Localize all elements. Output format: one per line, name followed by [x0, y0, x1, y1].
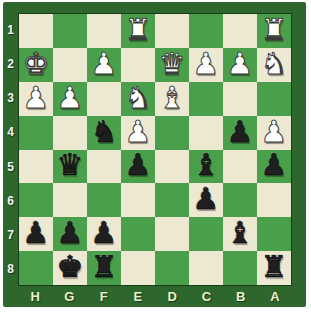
square-a6[interactable]	[257, 183, 291, 217]
square-h2[interactable]: ♚	[19, 48, 53, 82]
square-a7[interactable]	[257, 217, 291, 251]
square-f8[interactable]: ♜	[87, 251, 121, 285]
square-d8[interactable]	[155, 251, 189, 285]
black-king-piece: ♚	[57, 252, 84, 282]
white-king-piece: ♚	[23, 49, 50, 79]
square-f6[interactable]	[87, 183, 121, 217]
black-queen-piece: ♛	[57, 150, 84, 180]
square-h7[interactable]: ♟	[19, 217, 53, 251]
rank-label-7: 7	[3, 218, 18, 252]
file-label-e: E	[121, 286, 155, 306]
square-d7[interactable]	[155, 217, 189, 251]
file-label-b: B	[224, 286, 258, 306]
square-c5[interactable]: ♝	[189, 150, 223, 184]
file-labels: H G F E D C B A	[18, 286, 292, 306]
square-f1[interactable]	[87, 14, 121, 48]
square-a3[interactable]	[257, 82, 291, 116]
square-a2[interactable]: ♞	[257, 48, 291, 82]
square-c1[interactable]	[189, 14, 223, 48]
rank-label-3: 3	[3, 81, 18, 115]
white-pawn-piece: ♟	[227, 49, 254, 79]
square-b3[interactable]	[223, 82, 257, 116]
file-label-h: H	[18, 286, 52, 306]
square-h8[interactable]	[19, 251, 53, 285]
file-label-f: F	[87, 286, 121, 306]
black-bishop-piece: ♝	[227, 218, 254, 248]
file-label-c: C	[189, 286, 223, 306]
square-f3[interactable]	[87, 82, 121, 116]
square-d1[interactable]	[155, 14, 189, 48]
square-f7[interactable]: ♟	[87, 217, 121, 251]
white-pawn-piece: ♟	[91, 49, 118, 79]
black-pawn-piece: ♟	[261, 150, 288, 180]
square-d4[interactable]	[155, 116, 189, 150]
white-pawn-piece: ♟	[57, 83, 84, 113]
square-a8[interactable]: ♜	[257, 251, 291, 285]
square-e7[interactable]	[121, 217, 155, 251]
white-knight-piece: ♞	[125, 83, 152, 113]
square-d6[interactable]	[155, 183, 189, 217]
square-g4[interactable]	[53, 116, 87, 150]
white-pawn-piece: ♟	[193, 49, 220, 79]
square-a5[interactable]: ♟	[257, 150, 291, 184]
square-d5[interactable]	[155, 150, 189, 184]
file-label-a: A	[258, 286, 292, 306]
black-pawn-piece: ♟	[125, 150, 152, 180]
white-pawn-piece: ♟	[261, 117, 288, 147]
rank-label-1: 1	[3, 13, 18, 47]
square-f2[interactable]: ♟	[87, 48, 121, 82]
square-g8[interactable]: ♚	[53, 251, 87, 285]
square-c6[interactable]: ♟	[189, 183, 223, 217]
black-knight-piece: ♞	[91, 117, 118, 147]
square-g1[interactable]	[53, 14, 87, 48]
square-d2[interactable]: ♛	[155, 48, 189, 82]
square-e3[interactable]: ♞	[121, 82, 155, 116]
square-g5[interactable]: ♛	[53, 150, 87, 184]
square-c7[interactable]	[189, 217, 223, 251]
white-pawn-piece: ♟	[125, 117, 152, 147]
square-h4[interactable]	[19, 116, 53, 150]
black-pawn-piece: ♟	[57, 218, 84, 248]
black-bishop-piece: ♝	[193, 150, 220, 180]
white-knight-piece: ♞	[261, 49, 288, 79]
rank-labels: 1 2 3 4 5 6 7 8	[3, 13, 18, 286]
square-e1[interactable]: ♜	[121, 14, 155, 48]
square-c4[interactable]	[189, 116, 223, 150]
black-pawn-piece: ♟	[23, 218, 50, 248]
rank-label-8: 8	[3, 252, 18, 286]
square-f4[interactable]: ♞	[87, 116, 121, 150]
chess-board: ♜♜♚♟♛♟♟♞♟♟♞♝♞♟♟♟♛♟♝♟♟♟♟♟♝♚♜♜	[18, 13, 292, 286]
square-e4[interactable]: ♟	[121, 116, 155, 150]
rank-label-5: 5	[3, 150, 18, 184]
file-label-g: G	[52, 286, 86, 306]
square-g2[interactable]	[53, 48, 87, 82]
square-c8[interactable]	[189, 251, 223, 285]
square-f5[interactable]	[87, 150, 121, 184]
board-frame: 1 2 3 4 5 6 7 8 ♜♜♚♟♛♟♟♞♟♟♞♝♞♟♟♟♛♟♝♟♟♟♟♟…	[3, 2, 306, 307]
square-g6[interactable]	[53, 183, 87, 217]
square-h6[interactable]	[19, 183, 53, 217]
black-pawn-piece: ♟	[227, 117, 254, 147]
square-c3[interactable]	[189, 82, 223, 116]
white-queen-piece: ♛	[159, 49, 186, 79]
square-c2[interactable]: ♟	[189, 48, 223, 82]
square-h1[interactable]	[19, 14, 53, 48]
black-pawn-piece: ♟	[91, 218, 118, 248]
square-b1[interactable]	[223, 14, 257, 48]
square-e2[interactable]	[121, 48, 155, 82]
rank-label-6: 6	[3, 184, 18, 218]
square-b5[interactable]	[223, 150, 257, 184]
white-pawn-piece: ♟	[23, 83, 50, 113]
black-rook-piece: ♜	[91, 252, 118, 282]
square-h5[interactable]	[19, 150, 53, 184]
square-g3[interactable]: ♟	[53, 82, 87, 116]
square-b6[interactable]	[223, 183, 257, 217]
square-d3[interactable]: ♝	[155, 82, 189, 116]
square-b8[interactable]	[223, 251, 257, 285]
white-rook-piece: ♜	[125, 15, 152, 45]
file-label-d: D	[155, 286, 189, 306]
rank-label-2: 2	[3, 47, 18, 81]
rank-label-4: 4	[3, 115, 18, 149]
white-rook-piece: ♜	[261, 15, 288, 45]
square-a1[interactable]: ♜	[257, 14, 291, 48]
square-a4[interactable]: ♟	[257, 116, 291, 150]
square-e8[interactable]	[121, 251, 155, 285]
black-rook-piece: ♜	[261, 252, 288, 282]
page: 1 2 3 4 5 6 7 8 ♜♜♚♟♛♟♟♞♟♟♞♝♞♟♟♟♛♟♝♟♟♟♟♟…	[0, 0, 311, 312]
white-bishop-piece: ♝	[159, 83, 186, 113]
square-b7[interactable]: ♝	[223, 217, 257, 251]
square-e5[interactable]: ♟	[121, 150, 155, 184]
square-g7[interactable]: ♟	[53, 217, 87, 251]
square-h3[interactable]: ♟	[19, 82, 53, 116]
square-e6[interactable]	[121, 183, 155, 217]
square-b4[interactable]: ♟	[223, 116, 257, 150]
square-b2[interactable]: ♟	[223, 48, 257, 82]
black-pawn-piece: ♟	[193, 184, 220, 214]
